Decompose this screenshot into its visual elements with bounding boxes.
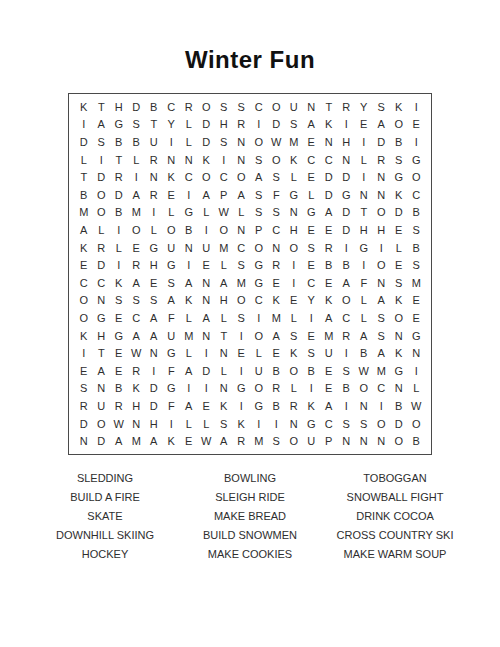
grid-cell: M xyxy=(285,133,303,151)
grid-cell: K xyxy=(268,292,286,310)
grid-cell: L xyxy=(180,133,198,151)
grid-cell: T xyxy=(145,116,163,134)
grid-cell: U xyxy=(285,98,303,116)
grid-cell: I xyxy=(303,309,321,327)
grid-cell: A xyxy=(373,116,391,134)
grid-cell: K xyxy=(303,397,321,415)
grid-cell: B xyxy=(180,221,198,239)
grid-cell: G xyxy=(233,380,251,398)
grid-cell: R xyxy=(285,397,303,415)
grid-cell: K xyxy=(390,98,408,116)
grid-cell: A xyxy=(233,186,251,204)
grid-cell: N xyxy=(285,204,303,222)
grid-cell: L xyxy=(250,344,268,362)
grid-cell: G xyxy=(250,256,268,274)
grid-cell: E xyxy=(233,344,251,362)
grid-cell: K xyxy=(163,432,181,450)
grid-cell: O xyxy=(285,432,303,450)
grid-cell: E xyxy=(110,344,128,362)
grid-cell: A xyxy=(75,221,93,239)
word-list-column-2: BOWLINGSLEIGH RIDEMAKE BREADBUILD SNOWME… xyxy=(180,469,320,564)
grid-cell: E xyxy=(320,380,338,398)
grid-cell: L xyxy=(180,344,198,362)
grid-cell: A xyxy=(198,309,216,327)
grid-cell: A xyxy=(163,292,181,310)
grid-cell: S xyxy=(93,133,111,151)
grid-cell: S xyxy=(250,204,268,222)
grid-cell: O xyxy=(285,362,303,380)
grid-cell: W xyxy=(408,397,426,415)
grid-cell: O xyxy=(233,292,251,310)
word-list-item: SLEDDING xyxy=(30,469,180,488)
grid-cell: E xyxy=(110,362,128,380)
grid-cell: O xyxy=(198,98,216,116)
grid-cell: D xyxy=(390,204,408,222)
grid-cell: N xyxy=(145,344,163,362)
grid-cell: E xyxy=(408,116,426,134)
grid-cell: W xyxy=(355,362,373,380)
grid-cell: F xyxy=(268,186,286,204)
grid-cell: I xyxy=(250,116,268,134)
word-list-item: MAKE COOKIES xyxy=(180,545,320,564)
word-list-item: DOWNHILL SKIING xyxy=(30,526,180,545)
grid-cell: C xyxy=(93,274,111,292)
grid-cell: R xyxy=(268,380,286,398)
grid-cell: M xyxy=(373,362,391,380)
grid-cell: L xyxy=(215,309,233,327)
grid-cell: C xyxy=(320,415,338,433)
grid-cell: K xyxy=(75,239,93,257)
grid-cell: P xyxy=(320,432,338,450)
grid-cell: A xyxy=(320,309,338,327)
grid-cell: C xyxy=(215,168,233,186)
grid-cell: O xyxy=(93,204,111,222)
grid-cell: C xyxy=(408,186,426,204)
grid-cell: O xyxy=(390,116,408,134)
letter-grid: KTHDBCROSSCOUNTRYSKIIAGSTYLDHRIDSAKIEAOE… xyxy=(68,93,432,455)
grid-cell: E xyxy=(303,221,321,239)
grid-cell: C xyxy=(233,239,251,257)
grid-cell: C xyxy=(128,309,146,327)
grid-cell: K xyxy=(320,116,338,134)
grid-cell: N xyxy=(373,432,391,450)
grid-cell: G xyxy=(180,204,198,222)
grid-cell: S xyxy=(373,327,391,345)
grid-cell: T xyxy=(75,168,93,186)
word-list-column-3: TOBOGGANSNOWBALL FIGHTDRINK COCOACROSS C… xyxy=(320,469,470,564)
grid-cell: C xyxy=(338,309,356,327)
grid-cell: L xyxy=(303,186,321,204)
grid-cell: L xyxy=(180,415,198,433)
grid-cell: H xyxy=(128,397,146,415)
grid-cell: K xyxy=(285,344,303,362)
grid-cell: W xyxy=(110,415,128,433)
grid-cell: R xyxy=(233,116,251,134)
grid-cell: R xyxy=(145,151,163,169)
grid-cell: I xyxy=(233,362,251,380)
grid-cell: E xyxy=(408,292,426,310)
grid-cell: N xyxy=(180,239,198,257)
grid-cell: D xyxy=(75,133,93,151)
grid-cell: N xyxy=(93,380,111,398)
grid-cell: N xyxy=(390,380,408,398)
grid-cell: G xyxy=(110,327,128,345)
grid-cell: K xyxy=(110,274,128,292)
grid-cell: K xyxy=(75,327,93,345)
grid-cell: S xyxy=(128,116,146,134)
grid-cell: A xyxy=(93,362,111,380)
grid-cell: R xyxy=(320,239,338,257)
grid-cell: A xyxy=(373,344,391,362)
grid-cell: I xyxy=(163,415,181,433)
grid-cell: G xyxy=(390,362,408,380)
grid-cell: N xyxy=(233,221,251,239)
grid-cell: F xyxy=(163,397,181,415)
grid-cell: G xyxy=(355,239,373,257)
grid-cell: N xyxy=(215,380,233,398)
grid-cell: A xyxy=(128,327,146,345)
grid-cell: B xyxy=(75,186,93,204)
grid-cell: E xyxy=(320,274,338,292)
grid-cell: L xyxy=(355,151,373,169)
grid-cell: G xyxy=(338,186,356,204)
grid-cell: D xyxy=(75,415,93,433)
grid-cell: G xyxy=(163,380,181,398)
grid-cell: B xyxy=(320,256,338,274)
grid-cell: E xyxy=(75,256,93,274)
grid-cell: L xyxy=(145,221,163,239)
grid-cell: O xyxy=(390,309,408,327)
grid-cell: S xyxy=(233,98,251,116)
grid-cell: B xyxy=(338,380,356,398)
grid-cell: I xyxy=(110,221,128,239)
grid-cell: N xyxy=(390,327,408,345)
grid-cell: K xyxy=(180,292,198,310)
grid-cell: G xyxy=(163,344,181,362)
grid-cell: W xyxy=(128,344,146,362)
grid-cell: A xyxy=(93,116,111,134)
grid-cell: S xyxy=(390,274,408,292)
grid-cell: D xyxy=(93,168,111,186)
grid-cell: L xyxy=(180,116,198,134)
word-list-item: CROSS COUNTRY SKI xyxy=(320,526,470,545)
grid-cell: C xyxy=(250,98,268,116)
grid-cell: I xyxy=(268,415,286,433)
grid-cell: N xyxy=(303,98,321,116)
grid-cell: A xyxy=(215,274,233,292)
grid-cell: D xyxy=(145,397,163,415)
grid-cell: I xyxy=(285,274,303,292)
grid-cell: M xyxy=(75,204,93,222)
grid-cell: O xyxy=(390,432,408,450)
grid-cell: O xyxy=(75,292,93,310)
grid-cell: T xyxy=(215,327,233,345)
grid-cell: L xyxy=(355,292,373,310)
grid-cell: D xyxy=(320,186,338,204)
grid-cell: T xyxy=(355,204,373,222)
grid-cell: D xyxy=(198,133,216,151)
grid-cell: R xyxy=(145,186,163,204)
grid-cell: M xyxy=(233,274,251,292)
grid-cell: U xyxy=(145,133,163,151)
grid-cell: N xyxy=(408,344,426,362)
grid-cell: A xyxy=(338,274,356,292)
grid-cell: R xyxy=(338,327,356,345)
grid-cell: R xyxy=(75,397,93,415)
grid-cell: L xyxy=(215,362,233,380)
grid-cell: A xyxy=(128,274,146,292)
grid-cell: O xyxy=(233,168,251,186)
grid-cell: I xyxy=(110,256,128,274)
grid-cell: F xyxy=(163,309,181,327)
grid-cell: S xyxy=(268,168,286,186)
grid-cell: S xyxy=(233,256,251,274)
grid-cell: N xyxy=(268,239,286,257)
grid-cell: D xyxy=(198,116,216,134)
grid-cell: K xyxy=(390,292,408,310)
grid-cell: H xyxy=(145,415,163,433)
grid-cell: E xyxy=(75,362,93,380)
grid-cell: D xyxy=(110,186,128,204)
grid-cell: C xyxy=(180,168,198,186)
grid-cell: S xyxy=(250,151,268,169)
grid-cell: N xyxy=(285,415,303,433)
grid-cell: G xyxy=(408,151,426,169)
word-list-item: SLEIGH RIDE xyxy=(180,488,320,507)
grid-cell: R xyxy=(128,362,146,380)
grid-cell: O xyxy=(250,239,268,257)
grid-cell: R xyxy=(268,256,286,274)
grid-cell: N xyxy=(373,274,391,292)
grid-cell: B xyxy=(128,133,146,151)
grid-cell: I xyxy=(338,116,356,134)
grid-cell: C xyxy=(303,274,321,292)
grid-cell: L xyxy=(285,309,303,327)
grid-cell: S xyxy=(163,274,181,292)
grid-cell: I xyxy=(163,133,181,151)
word-list-item: SNOWBALL FIGHT xyxy=(320,488,470,507)
grid-cell: I xyxy=(233,327,251,345)
grid-cell: K xyxy=(285,151,303,169)
grid-cell: N xyxy=(338,432,356,450)
grid-cell: R xyxy=(110,397,128,415)
grid-cell: W xyxy=(215,204,233,222)
grid-cell: S xyxy=(75,380,93,398)
grid-cell: T xyxy=(320,98,338,116)
word-list-item: BOWLING xyxy=(180,469,320,488)
grid-cell: B xyxy=(408,204,426,222)
word-list-item: TOBOGGAN xyxy=(320,469,470,488)
grid-cell: I xyxy=(338,239,356,257)
grid-cell: N xyxy=(93,292,111,310)
grid-cell: U xyxy=(198,239,216,257)
grid-cell: M xyxy=(268,309,286,327)
grid-cell: N xyxy=(338,151,356,169)
grid-cell: E xyxy=(268,274,286,292)
grid-cell: S xyxy=(303,344,321,362)
grid-cell: I xyxy=(93,151,111,169)
word-list-item: MAKE BREAD xyxy=(180,507,320,526)
grid-cell: T xyxy=(110,151,128,169)
grid-cell: D xyxy=(320,168,338,186)
grid-cell: L xyxy=(198,415,216,433)
grid-cell: N xyxy=(373,168,391,186)
grid-cell: K xyxy=(163,168,181,186)
grid-cell: O xyxy=(373,256,391,274)
grid-cell: L xyxy=(75,151,93,169)
grid-cell: O xyxy=(250,380,268,398)
grid-cell: Y xyxy=(163,116,181,134)
grid-cell: A xyxy=(145,327,163,345)
grid-cell: T xyxy=(93,98,111,116)
word-list-item: MAKE WARM SOUP xyxy=(320,545,470,564)
grid-cell: W xyxy=(198,432,216,450)
grid-cell: O xyxy=(250,133,268,151)
grid-cell: L xyxy=(215,256,233,274)
grid-cell: I xyxy=(145,204,163,222)
grid-cell: R xyxy=(128,256,146,274)
grid-cell: A xyxy=(180,274,198,292)
grid-cell: O xyxy=(355,380,373,398)
grid-cell: I xyxy=(408,362,426,380)
grid-cell: I xyxy=(355,168,373,186)
grid-cell: O xyxy=(93,415,111,433)
grid-cell: O xyxy=(408,415,426,433)
grid-cell: E xyxy=(145,274,163,292)
grid-cell: L xyxy=(93,221,111,239)
grid-cell: L xyxy=(233,204,251,222)
grid-cell: H xyxy=(355,221,373,239)
grid-cell: N xyxy=(373,186,391,204)
grid-cell: S xyxy=(303,239,321,257)
grid-cell: S xyxy=(355,415,373,433)
grid-cell: U xyxy=(303,432,321,450)
grid-cell: E xyxy=(390,256,408,274)
grid-cell: D xyxy=(198,362,216,380)
grid-cell: E xyxy=(128,239,146,257)
grid-cell: B xyxy=(145,98,163,116)
grid-cell: I xyxy=(75,344,93,362)
grid-cell: R xyxy=(373,151,391,169)
grid-cell: O xyxy=(268,151,286,169)
grid-cell: G xyxy=(163,256,181,274)
grid-cell: H xyxy=(215,116,233,134)
word-list: SLEDDINGBUILD A FIRESKATEDOWNHILL SKIING… xyxy=(30,469,470,564)
grid-cell: C xyxy=(320,151,338,169)
grid-cell: U xyxy=(93,397,111,415)
grid-cell: M xyxy=(408,274,426,292)
grid-cell: N xyxy=(145,168,163,186)
grid-cell: O xyxy=(373,204,391,222)
grid-cell: I xyxy=(338,344,356,362)
grid-cell: L xyxy=(355,309,373,327)
grid-cell: N xyxy=(75,432,93,450)
word-list-item: DRINK COCOA xyxy=(320,507,470,526)
grid-cell: M xyxy=(128,432,146,450)
grid-cell: A xyxy=(373,292,391,310)
grid-cell: O xyxy=(250,327,268,345)
grid-cell: I xyxy=(250,415,268,433)
grid-cell: S xyxy=(285,116,303,134)
grid-cell: G xyxy=(303,415,321,433)
grid-cell: A xyxy=(180,362,198,380)
grid-cell: D xyxy=(338,168,356,186)
grid-cell: O xyxy=(93,186,111,204)
grid-cell: K xyxy=(320,292,338,310)
grid-cell: A xyxy=(145,432,163,450)
grid-cell: N xyxy=(128,415,146,433)
grid-cell: R xyxy=(338,98,356,116)
grid-cell: A xyxy=(215,432,233,450)
grid-cell: E xyxy=(320,362,338,380)
grid-cell: B xyxy=(355,344,373,362)
grid-cell: H xyxy=(93,327,111,345)
grid-cell: S xyxy=(250,186,268,204)
grid-cell: D xyxy=(145,380,163,398)
grid-cell: M xyxy=(250,432,268,450)
grid-cell: I xyxy=(338,397,356,415)
grid-cell: K xyxy=(198,151,216,169)
word-search-worksheet: Winter Fun KTHDBCROSSCOUNTRYSKIIAGSTYLDH… xyxy=(0,0,500,647)
grid-cell: G xyxy=(145,239,163,257)
grid-cell: N xyxy=(320,133,338,151)
grid-cell: E xyxy=(268,344,286,362)
grid-cell: I xyxy=(408,133,426,151)
grid-cell: B xyxy=(268,362,286,380)
grid-cell: L xyxy=(390,239,408,257)
grid-cell: D xyxy=(128,98,146,116)
grid-cell: A xyxy=(320,397,338,415)
grid-cell: A xyxy=(268,327,286,345)
grid-cell: D xyxy=(373,133,391,151)
grid-cell: A xyxy=(250,168,268,186)
grid-cell: I xyxy=(198,221,216,239)
word-list-item: BUILD A FIRE xyxy=(30,488,180,507)
grid-cell: I xyxy=(145,362,163,380)
grid-cell: N xyxy=(180,151,198,169)
grid-cell: I xyxy=(285,256,303,274)
grid-cell: A xyxy=(198,186,216,204)
grid-cell: G xyxy=(285,186,303,204)
grid-cell: N xyxy=(198,327,216,345)
grid-cell: A xyxy=(128,186,146,204)
grid-cell: R xyxy=(93,239,111,257)
grid-cell: S xyxy=(285,327,303,345)
grid-cell: L xyxy=(128,151,146,169)
grid-cell: E xyxy=(303,256,321,274)
grid-cell: O xyxy=(285,239,303,257)
grid-cell: L xyxy=(408,380,426,398)
grid-cell: A xyxy=(145,309,163,327)
grid-cell: I xyxy=(250,309,268,327)
grid-cell: O xyxy=(128,221,146,239)
grid-cell: I xyxy=(408,98,426,116)
grid-cell: O xyxy=(215,221,233,239)
grid-cell: B xyxy=(110,133,128,151)
grid-cell: E xyxy=(408,309,426,327)
grid-cell: U xyxy=(250,362,268,380)
grid-cell: I xyxy=(128,168,146,186)
grid-cell: G xyxy=(250,397,268,415)
grid-cell: E xyxy=(180,432,198,450)
grid-cell: I xyxy=(373,397,391,415)
grid-cell: S xyxy=(373,309,391,327)
grid-cell: S xyxy=(110,292,128,310)
grid-cell: S xyxy=(338,362,356,380)
grid-cell: C xyxy=(303,151,321,169)
grid-cell: C xyxy=(250,292,268,310)
grid-cell: B xyxy=(303,362,321,380)
